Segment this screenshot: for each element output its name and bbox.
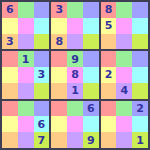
cell-r5c9[interactable] (132, 67, 148, 83)
cell-r7c7[interactable] (101, 101, 117, 117)
cell-r7c2[interactable] (18, 101, 34, 117)
cell-r9c4[interactable] (51, 132, 67, 148)
cell-r5c1[interactable] (2, 67, 18, 83)
cell-r2c8[interactable] (116, 18, 132, 34)
cell-r2c6[interactable] (83, 18, 99, 34)
cell-r3c9[interactable] (132, 34, 148, 50)
cell-r4c2[interactable]: 1 (18, 51, 34, 67)
digit: 3 (38, 69, 46, 80)
cell-r4c7[interactable] (101, 51, 117, 67)
cell-r5c5[interactable]: 8 (67, 67, 83, 83)
digit: 6 (6, 4, 14, 15)
cell-r8c1[interactable] (2, 116, 18, 132)
cell-r5c2[interactable] (18, 67, 34, 83)
digit: 9 (87, 135, 95, 146)
cell-r8c7[interactable] (101, 116, 117, 132)
cell-r1c1[interactable]: 6 (2, 2, 18, 18)
digit: 7 (38, 135, 46, 146)
cell-r9c1[interactable] (2, 132, 18, 148)
cell-r7c1[interactable] (2, 101, 18, 117)
block-2-1: 13 (2, 51, 49, 98)
cell-r8c2[interactable] (18, 116, 34, 132)
digit: 1 (71, 85, 79, 96)
cell-r3c3[interactable] (34, 34, 50, 50)
cell-r9c9[interactable]: 1 (132, 132, 148, 148)
cell-r4c6[interactable] (83, 51, 99, 67)
cell-r1c5[interactable] (67, 2, 83, 18)
digit: 6 (87, 103, 95, 114)
cell-r6c9[interactable] (132, 83, 148, 99)
digit: 3 (55, 4, 63, 15)
block-2-2: 981 (51, 51, 98, 98)
cell-r6c4[interactable] (51, 83, 67, 99)
digit: 6 (38, 119, 46, 130)
cell-r2c1[interactable] (2, 18, 18, 34)
cell-r9c8[interactable] (116, 132, 132, 148)
cell-r8c5[interactable] (67, 116, 83, 132)
cell-r1c4[interactable]: 3 (51, 2, 67, 18)
cell-r5c3[interactable]: 3 (34, 67, 50, 83)
cell-r1c9[interactable] (132, 2, 148, 18)
block-1-2: 38 (51, 2, 98, 49)
digit: 1 (136, 135, 144, 146)
cell-r3c8[interactable] (116, 34, 132, 50)
cell-r6c6[interactable] (83, 83, 99, 99)
cell-r4c9[interactable] (132, 51, 148, 67)
cell-r7c8[interactable] (116, 101, 132, 117)
cell-r8c8[interactable] (116, 116, 132, 132)
digit: 5 (105, 20, 113, 31)
cell-r5c6[interactable] (83, 67, 99, 83)
cell-r6c3[interactable] (34, 83, 50, 99)
digit: 1 (22, 54, 30, 65)
cell-r4c1[interactable] (2, 51, 18, 67)
block-1-3: 85 (101, 2, 148, 49)
digit: 3 (6, 36, 14, 47)
digit: 4 (120, 85, 128, 96)
cell-r2c3[interactable] (34, 18, 50, 34)
cell-r3c1[interactable]: 3 (2, 34, 18, 50)
cell-r3c5[interactable] (67, 34, 83, 50)
cell-r2c4[interactable] (51, 18, 67, 34)
block-2-3: 24 (101, 51, 148, 98)
cell-r9c5[interactable] (67, 132, 83, 148)
digit: 8 (105, 4, 113, 15)
cell-r7c9[interactable]: 2 (132, 101, 148, 117)
cell-r6c2[interactable] (18, 83, 34, 99)
cell-r8c6[interactable] (83, 116, 99, 132)
cell-r8c9[interactable] (132, 116, 148, 132)
cell-r1c2[interactable] (18, 2, 34, 18)
cell-r4c3[interactable] (34, 51, 50, 67)
cell-r4c4[interactable] (51, 51, 67, 67)
cell-r3c4[interactable]: 8 (51, 34, 67, 50)
cell-r2c5[interactable] (67, 18, 83, 34)
block-3-3: 21 (101, 101, 148, 148)
cell-r5c4[interactable] (51, 67, 67, 83)
cell-r2c9[interactable] (132, 18, 148, 34)
cell-r7c6[interactable]: 6 (83, 101, 99, 117)
digit: 8 (71, 69, 79, 80)
cell-r2c7[interactable]: 5 (101, 18, 117, 34)
digit: 2 (105, 69, 113, 80)
block-1-1: 63 (2, 2, 49, 49)
cell-r3c6[interactable] (83, 34, 99, 50)
cell-r4c5[interactable]: 9 (67, 51, 83, 67)
cell-r7c3[interactable] (34, 101, 50, 117)
cell-r9c6[interactable]: 9 (83, 132, 99, 148)
digit: 9 (71, 54, 79, 65)
cell-r4c8[interactable] (116, 51, 132, 67)
block-3-1: 67 (2, 101, 49, 148)
cell-r7c5[interactable] (67, 101, 83, 117)
cell-r6c8[interactable]: 4 (116, 83, 132, 99)
cell-r1c6[interactable] (83, 2, 99, 18)
cell-r1c8[interactable] (116, 2, 132, 18)
digit: 8 (55, 36, 63, 47)
cell-r3c2[interactable] (18, 34, 34, 50)
cell-r9c7[interactable] (101, 132, 117, 148)
cell-r3c7[interactable] (101, 34, 117, 50)
cell-r8c3[interactable]: 6 (34, 116, 50, 132)
block-3-2: 69 (51, 101, 98, 148)
cell-r6c1[interactable] (2, 83, 18, 99)
digit: 2 (136, 103, 144, 114)
cell-r2c2[interactable] (18, 18, 34, 34)
cell-r6c7[interactable] (101, 83, 117, 99)
cell-r1c7[interactable]: 8 (101, 2, 117, 18)
cell-r8c4[interactable] (51, 116, 67, 132)
cell-r9c3[interactable]: 7 (34, 132, 50, 148)
cell-r7c4[interactable] (51, 101, 67, 117)
cell-r5c7[interactable]: 2 (101, 67, 117, 83)
sudoku-board: 6338851398124676921 (0, 0, 150, 150)
cell-r5c8[interactable] (116, 67, 132, 83)
cell-r9c2[interactable] (18, 132, 34, 148)
cell-r6c5[interactable]: 1 (67, 83, 83, 99)
cell-r1c3[interactable] (34, 2, 50, 18)
